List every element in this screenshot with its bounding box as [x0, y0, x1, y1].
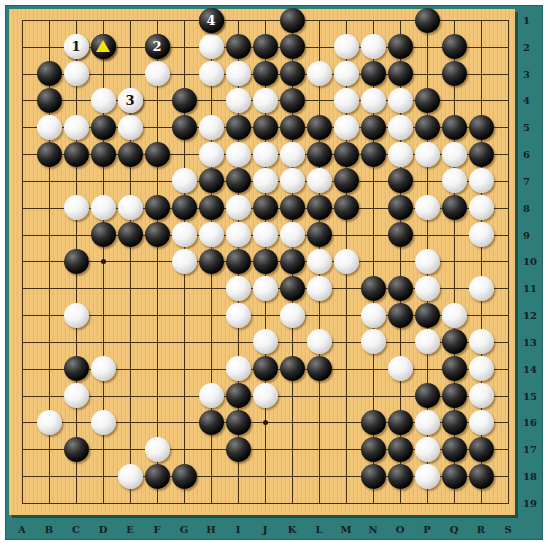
white-stone: [64, 61, 89, 86]
black-stone: [253, 356, 278, 381]
white-stone: [226, 142, 251, 167]
black-stone: [361, 437, 386, 462]
white-stone: [226, 61, 251, 86]
black-stone: [199, 410, 224, 435]
white-stone: [64, 115, 89, 140]
black-stone: [469, 115, 494, 140]
white-stone: [280, 168, 305, 193]
black-stone: [145, 222, 170, 247]
white-stone: [64, 303, 89, 328]
white-stone: [91, 356, 116, 381]
white-stone: [442, 303, 467, 328]
grid-line-vertical: [508, 20, 509, 504]
white-stone: [361, 34, 386, 59]
triangle-marked-stone: [91, 34, 116, 59]
black-stone: [469, 464, 494, 489]
black-stone: [280, 61, 305, 86]
black-stone: [442, 410, 467, 435]
white-stone: [334, 249, 359, 274]
black-stone: [442, 437, 467, 462]
black-stone: [226, 410, 251, 435]
move-number-stone: 4: [199, 8, 224, 33]
white-stone: [253, 383, 278, 408]
white-stone: [226, 303, 251, 328]
column-label: Q: [450, 524, 459, 535]
black-stone: [442, 34, 467, 59]
white-stone: [226, 88, 251, 113]
move-number-stone: 1: [64, 34, 89, 59]
black-stone: [280, 8, 305, 33]
black-stone: [469, 437, 494, 462]
column-label: O: [396, 524, 405, 535]
column-label: S: [504, 524, 511, 535]
black-stone: [145, 142, 170, 167]
black-stone: [307, 195, 332, 220]
black-stone: [199, 168, 224, 193]
row-label: 7: [523, 175, 530, 186]
white-stone: [469, 329, 494, 354]
white-stone: [199, 383, 224, 408]
white-stone: [307, 168, 332, 193]
black-stone: [91, 115, 116, 140]
column-label: C: [72, 524, 80, 535]
black-stone: [145, 464, 170, 489]
white-stone: [226, 356, 251, 381]
black-stone: [226, 383, 251, 408]
white-stone: [91, 88, 116, 113]
black-stone: [253, 115, 278, 140]
row-label: 11: [523, 283, 537, 294]
column-label: G: [180, 524, 189, 535]
black-stone: [307, 115, 332, 140]
black-stone: [64, 356, 89, 381]
black-stone: [388, 195, 413, 220]
white-stone: [415, 249, 440, 274]
black-stone: [199, 249, 224, 274]
black-stone: [361, 410, 386, 435]
white-stone: [199, 142, 224, 167]
white-stone: [280, 142, 305, 167]
column-label: R: [477, 524, 485, 535]
black-stone: [388, 222, 413, 247]
row-label: 19: [523, 497, 537, 508]
black-stone: [361, 142, 386, 167]
white-stone: [307, 276, 332, 301]
column-label: H: [206, 524, 215, 535]
black-stone: [442, 356, 467, 381]
black-stone: [253, 249, 278, 274]
white-stone: [388, 142, 413, 167]
row-label: 17: [523, 444, 537, 455]
black-stone: [442, 61, 467, 86]
white-stone: [388, 88, 413, 113]
white-stone: [469, 222, 494, 247]
black-stone: [172, 464, 197, 489]
move-number-label: 1: [71, 40, 80, 53]
black-stone: [91, 142, 116, 167]
black-stone: [361, 115, 386, 140]
white-stone: [118, 115, 143, 140]
white-stone: [469, 195, 494, 220]
black-stone: [415, 115, 440, 140]
black-stone: [388, 61, 413, 86]
white-stone: [253, 88, 278, 113]
white-stone: [199, 34, 224, 59]
white-stone: [280, 303, 305, 328]
row-label: 12: [523, 310, 537, 321]
black-stone: [145, 195, 170, 220]
white-stone: [253, 329, 278, 354]
white-stone: [118, 464, 143, 489]
black-stone: [226, 115, 251, 140]
black-stone: [172, 88, 197, 113]
black-stone: [280, 276, 305, 301]
move-number-label: 4: [206, 14, 215, 27]
black-stone: [280, 115, 305, 140]
black-stone: [388, 168, 413, 193]
black-stone: [307, 222, 332, 247]
black-stone: [415, 88, 440, 113]
white-stone: [361, 88, 386, 113]
black-stone: [37, 61, 62, 86]
white-stone: [415, 464, 440, 489]
white-stone: [334, 88, 359, 113]
white-stone: [37, 410, 62, 435]
black-stone: [388, 464, 413, 489]
black-stone: [334, 195, 359, 220]
row-label: 18: [523, 471, 537, 482]
white-stone: [64, 195, 89, 220]
white-stone: [199, 115, 224, 140]
white-stone: [415, 437, 440, 462]
row-label: 13: [523, 336, 537, 347]
black-stone: [280, 356, 305, 381]
black-stone: [388, 276, 413, 301]
black-stone: [388, 437, 413, 462]
white-stone: [388, 356, 413, 381]
white-stone: [415, 329, 440, 354]
black-stone: [442, 383, 467, 408]
white-stone: [226, 276, 251, 301]
black-stone: [253, 34, 278, 59]
column-label: M: [340, 524, 351, 535]
go-diagram: 1234ABCDEFGHIJKLMNOPQRS12345678910111213…: [0, 0, 547, 543]
black-stone: [280, 34, 305, 59]
row-label: 6: [523, 149, 530, 160]
white-stone: [64, 383, 89, 408]
black-stone: [307, 142, 332, 167]
row-label: 5: [523, 122, 530, 133]
column-label: A: [18, 524, 26, 535]
black-stone: [118, 222, 143, 247]
white-stone: [280, 222, 305, 247]
column-label: N: [368, 524, 377, 535]
white-stone: [91, 195, 116, 220]
white-stone: [415, 142, 440, 167]
white-stone: [253, 168, 278, 193]
move-number-label: 2: [152, 40, 161, 53]
black-stone: [226, 437, 251, 462]
black-stone: [37, 88, 62, 113]
black-stone: [442, 464, 467, 489]
white-stone: [415, 276, 440, 301]
black-stone: [361, 61, 386, 86]
row-label: 14: [523, 363, 537, 374]
white-stone: [37, 115, 62, 140]
white-stone: [442, 142, 467, 167]
white-stone: [199, 222, 224, 247]
black-stone: [118, 142, 143, 167]
white-stone: [172, 249, 197, 274]
row-label: 3: [523, 68, 530, 79]
white-stone: [253, 222, 278, 247]
white-stone: [145, 61, 170, 86]
black-stone: [415, 383, 440, 408]
white-stone: [253, 142, 278, 167]
column-label: D: [99, 524, 108, 535]
black-stone: [226, 249, 251, 274]
column-label: E: [126, 524, 134, 535]
black-stone: [388, 303, 413, 328]
column-label: L: [315, 524, 322, 535]
white-stone: [253, 276, 278, 301]
column-label: F: [153, 524, 160, 535]
black-stone: [172, 115, 197, 140]
black-stone: [415, 8, 440, 33]
white-stone: [172, 168, 197, 193]
black-stone: [253, 195, 278, 220]
black-stone: [199, 195, 224, 220]
column-label: J: [263, 524, 268, 535]
move-number-stone: 2: [145, 34, 170, 59]
black-stone: [226, 168, 251, 193]
black-stone: [64, 142, 89, 167]
grid-line-horizontal: [22, 503, 509, 504]
white-stone: [469, 383, 494, 408]
white-stone: [307, 249, 332, 274]
black-stone: [280, 88, 305, 113]
column-label: P: [423, 524, 431, 535]
column-label: I: [236, 524, 241, 535]
black-stone: [415, 303, 440, 328]
white-stone: [469, 276, 494, 301]
black-stone: [226, 34, 251, 59]
white-stone: [334, 115, 359, 140]
black-stone: [388, 34, 413, 59]
white-stone: [172, 222, 197, 247]
move-number-stone: 3: [118, 88, 143, 113]
black-stone: [280, 249, 305, 274]
black-stone: [64, 249, 89, 274]
white-stone: [91, 410, 116, 435]
row-label: 15: [523, 390, 537, 401]
black-stone: [469, 142, 494, 167]
white-stone: [199, 61, 224, 86]
white-stone: [469, 356, 494, 381]
white-stone: [388, 115, 413, 140]
white-stone: [226, 222, 251, 247]
row-label: 10: [523, 256, 537, 267]
white-stone: [361, 303, 386, 328]
black-stone: [361, 276, 386, 301]
black-stone: [334, 142, 359, 167]
black-stone: [442, 195, 467, 220]
row-label: 4: [523, 95, 530, 106]
black-stone: [442, 329, 467, 354]
white-stone: [469, 168, 494, 193]
white-stone: [361, 329, 386, 354]
black-stone: [280, 195, 305, 220]
black-stone: [307, 356, 332, 381]
row-label: 2: [523, 41, 530, 52]
black-stone: [37, 142, 62, 167]
black-stone: [91, 222, 116, 247]
row-label: 16: [523, 417, 537, 428]
white-stone: [442, 168, 467, 193]
black-stone: [172, 195, 197, 220]
column-label: K: [288, 524, 297, 535]
white-stone: [226, 195, 251, 220]
black-stone: [334, 168, 359, 193]
white-stone: [334, 61, 359, 86]
row-label: 1: [523, 15, 530, 26]
row-label: 8: [523, 202, 530, 213]
black-stone: [442, 115, 467, 140]
move-number-label: 3: [125, 94, 134, 107]
white-stone: [307, 61, 332, 86]
triangle-mark-icon: [96, 40, 110, 52]
white-stone: [415, 410, 440, 435]
white-stone: [307, 329, 332, 354]
column-label: B: [45, 524, 53, 535]
row-label: 9: [523, 229, 530, 240]
white-stone: [415, 195, 440, 220]
white-stone: [334, 34, 359, 59]
black-stone: [64, 437, 89, 462]
white-stone: [145, 437, 170, 462]
black-stone: [388, 410, 413, 435]
black-stone: [253, 61, 278, 86]
white-stone: [469, 410, 494, 435]
black-stone: [361, 464, 386, 489]
white-stone: [118, 195, 143, 220]
